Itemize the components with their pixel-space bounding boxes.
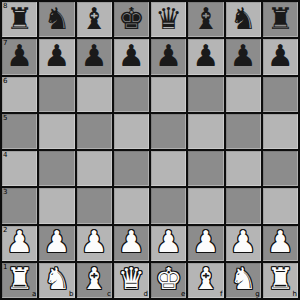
piece-white-pawn[interactable]: ♟: [43, 227, 70, 257]
square-c1[interactable]: c♝: [77, 263, 112, 298]
piece-black-knight[interactable]: ♞: [230, 4, 257, 34]
piece-black-pawn[interactable]: ♟: [230, 41, 257, 71]
square-e8[interactable]: ♛: [151, 2, 186, 37]
square-e6[interactable]: [151, 77, 186, 112]
square-f6[interactable]: [188, 77, 223, 112]
square-g4[interactable]: [226, 151, 261, 186]
square-b4[interactable]: [39, 151, 74, 186]
square-c6[interactable]: [77, 77, 112, 112]
square-b5[interactable]: [39, 114, 74, 149]
square-h4[interactable]: [263, 151, 298, 186]
square-a5[interactable]: 5: [2, 114, 37, 149]
square-a4[interactable]: 4: [2, 151, 37, 186]
piece-white-pawn[interactable]: ♟: [192, 227, 219, 257]
piece-black-king[interactable]: ♚: [118, 4, 145, 34]
square-h2[interactable]: ♟: [263, 226, 298, 261]
square-e5[interactable]: [151, 114, 186, 149]
square-f2[interactable]: ♟: [188, 226, 223, 261]
rank-label-4: 4: [3, 152, 7, 159]
square-e1[interactable]: e♚: [151, 263, 186, 298]
square-h1[interactable]: h♜: [263, 263, 298, 298]
piece-black-pawn[interactable]: ♟: [81, 41, 108, 71]
square-d8[interactable]: ♚: [114, 2, 149, 37]
square-b3[interactable]: [39, 188, 74, 223]
piece-white-bishop[interactable]: ♝: [81, 264, 108, 294]
square-d7[interactable]: ♟: [114, 39, 149, 74]
piece-black-bishop[interactable]: ♝: [81, 4, 108, 34]
square-h5[interactable]: [263, 114, 298, 149]
square-c8[interactable]: ♝: [77, 2, 112, 37]
piece-white-pawn[interactable]: ♟: [155, 227, 182, 257]
square-d1[interactable]: d♛: [114, 263, 149, 298]
piece-white-rook[interactable]: ♜: [6, 264, 33, 294]
square-a2[interactable]: 2♟: [2, 226, 37, 261]
square-d2[interactable]: ♟: [114, 226, 149, 261]
square-c2[interactable]: ♟: [77, 226, 112, 261]
square-f4[interactable]: [188, 151, 223, 186]
square-g1[interactable]: g♞: [226, 263, 261, 298]
square-b6[interactable]: [39, 77, 74, 112]
square-a8[interactable]: 8♜: [2, 2, 37, 37]
square-a6[interactable]: 6: [2, 77, 37, 112]
square-c4[interactable]: [77, 151, 112, 186]
piece-white-knight[interactable]: ♞: [230, 264, 257, 294]
piece-black-pawn[interactable]: ♟: [192, 41, 219, 71]
piece-white-bishop[interactable]: ♝: [192, 264, 219, 294]
square-b1[interactable]: b♞: [39, 263, 74, 298]
square-b2[interactable]: ♟: [39, 226, 74, 261]
square-e7[interactable]: ♟: [151, 39, 186, 74]
piece-black-queen[interactable]: ♛: [155, 4, 182, 34]
piece-black-pawn[interactable]: ♟: [118, 41, 145, 71]
piece-white-rook[interactable]: ♜: [267, 264, 294, 294]
square-g7[interactable]: ♟: [226, 39, 261, 74]
rank-label-3: 3: [3, 189, 7, 196]
piece-white-pawn[interactable]: ♟: [118, 227, 145, 257]
square-c7[interactable]: ♟: [77, 39, 112, 74]
square-g5[interactable]: [226, 114, 261, 149]
piece-white-pawn[interactable]: ♟: [267, 227, 294, 257]
square-b8[interactable]: ♞: [39, 2, 74, 37]
square-f8[interactable]: ♝: [188, 2, 223, 37]
square-h3[interactable]: [263, 188, 298, 223]
piece-black-knight[interactable]: ♞: [43, 4, 70, 34]
rank-label-5: 5: [3, 115, 7, 122]
square-a1[interactable]: 1a♜: [2, 263, 37, 298]
piece-white-queen[interactable]: ♛: [118, 264, 145, 294]
square-d6[interactable]: [114, 77, 149, 112]
piece-black-pawn[interactable]: ♟: [6, 41, 33, 71]
rank-label-6: 6: [3, 78, 7, 85]
piece-black-pawn[interactable]: ♟: [267, 41, 294, 71]
square-d3[interactable]: [114, 188, 149, 223]
square-e3[interactable]: [151, 188, 186, 223]
piece-white-pawn[interactable]: ♟: [230, 227, 257, 257]
chess-board: 8♜♞♝♚♛♝♞♜7♟♟♟♟♟♟♟♟65432♟♟♟♟♟♟♟♟1a♜b♞c♝d♛…: [0, 0, 300, 300]
square-f5[interactable]: [188, 114, 223, 149]
piece-black-pawn[interactable]: ♟: [43, 41, 70, 71]
square-c5[interactable]: [77, 114, 112, 149]
piece-black-rook[interactable]: ♜: [6, 4, 33, 34]
piece-white-king[interactable]: ♚: [155, 264, 182, 294]
square-b7[interactable]: ♟: [39, 39, 74, 74]
piece-black-pawn[interactable]: ♟: [155, 41, 182, 71]
square-h6[interactable]: [263, 77, 298, 112]
piece-white-knight[interactable]: ♞: [43, 264, 70, 294]
square-f7[interactable]: ♟: [188, 39, 223, 74]
square-g3[interactable]: [226, 188, 261, 223]
square-f1[interactable]: f♝: [188, 263, 223, 298]
square-g8[interactable]: ♞: [226, 2, 261, 37]
square-h8[interactable]: ♜: [263, 2, 298, 37]
square-a3[interactable]: 3: [2, 188, 37, 223]
square-g6[interactable]: [226, 77, 261, 112]
square-d4[interactable]: [114, 151, 149, 186]
square-c3[interactable]: [77, 188, 112, 223]
square-f3[interactable]: [188, 188, 223, 223]
square-e4[interactable]: [151, 151, 186, 186]
square-g2[interactable]: ♟: [226, 226, 261, 261]
piece-black-bishop[interactable]: ♝: [192, 4, 219, 34]
piece-white-pawn[interactable]: ♟: [6, 227, 33, 257]
square-d5[interactable]: [114, 114, 149, 149]
square-a7[interactable]: 7♟: [2, 39, 37, 74]
chess-board-window: 8♜♞♝♚♛♝♞♜7♟♟♟♟♟♟♟♟65432♟♟♟♟♟♟♟♟1a♜b♞c♝d♛…: [0, 0, 300, 300]
file-label-f: f: [220, 291, 222, 298]
piece-white-pawn[interactable]: ♟: [81, 227, 108, 257]
square-e2[interactable]: ♟: [151, 226, 186, 261]
piece-black-rook[interactable]: ♜: [267, 4, 294, 34]
square-h7[interactable]: ♟: [263, 39, 298, 74]
